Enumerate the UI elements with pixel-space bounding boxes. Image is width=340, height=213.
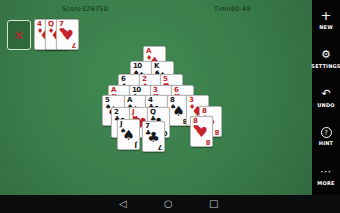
suit-pip: ♠ xyxy=(122,127,135,141)
more-icon: ⋯ xyxy=(320,166,332,178)
rank: 7 xyxy=(158,143,162,151)
suit-pip: ♥ xyxy=(195,124,208,138)
sidebar-label: HINT xyxy=(319,140,333,146)
card-7C[interactable]: 7♣♣7 xyxy=(142,121,165,152)
recents-icon[interactable]: □ xyxy=(209,198,218,210)
sidebar-label: NEW xyxy=(319,24,333,30)
pyramid-solitaire-app: { "game": "Pyramid Solitaire", "window":… xyxy=(0,0,340,213)
score-value: 326750 xyxy=(82,5,108,13)
sidebar-item-undo[interactable]: ↶UNDO xyxy=(312,78,340,117)
suit-pip: ♣ xyxy=(147,129,160,143)
rank: 8 xyxy=(206,138,210,146)
felt-background: Score: 326750 Time: 00:49 ✕ 4♦♦4Q♦♦Q7♥♥7… xyxy=(0,0,312,195)
sidebar-label: UNDO xyxy=(317,102,334,108)
help-icon: ? xyxy=(321,127,332,138)
rank: 8 xyxy=(215,128,219,136)
score-label: Score: xyxy=(62,5,84,13)
card-8H[interactable]: 8♥♥8 xyxy=(190,116,213,147)
suit-pip: ♠ xyxy=(172,103,185,117)
card-JS[interactable]: J♠♠J xyxy=(117,119,140,150)
sidebar-item-settings[interactable]: ⚙SETTINGS xyxy=(312,39,340,78)
close-icon: ✕ xyxy=(14,29,25,42)
rank: 7 xyxy=(72,41,76,49)
sidebar-item-hint[interactable]: ?HINT xyxy=(312,117,340,156)
sidebar-item-more[interactable]: ⋯MORE xyxy=(312,156,340,195)
back-icon[interactable]: ◁ xyxy=(119,198,127,210)
time-value: 00:49 xyxy=(231,5,251,13)
sidebar-menu: +NEW⚙SETTINGS↶UNDO?HINT⋯MORE xyxy=(312,0,340,195)
android-nav-bar: ◁ ○ □ xyxy=(0,195,340,213)
close-stock-button[interactable]: ✕ xyxy=(7,20,31,50)
rank: J xyxy=(135,141,137,149)
sidebar-label: SETTINGS xyxy=(311,63,340,69)
card-7H[interactable]: 7♥♥7 xyxy=(56,19,79,50)
sidebar-item-new[interactable]: +NEW xyxy=(312,0,340,39)
plus-icon: + xyxy=(321,10,332,22)
undo-icon: ↶ xyxy=(321,88,330,100)
suit-pip: ♥ xyxy=(61,27,74,41)
home-icon[interactable]: ○ xyxy=(164,198,173,210)
gear-icon: ⚙ xyxy=(321,49,331,61)
sidebar-label: MORE xyxy=(317,180,334,186)
